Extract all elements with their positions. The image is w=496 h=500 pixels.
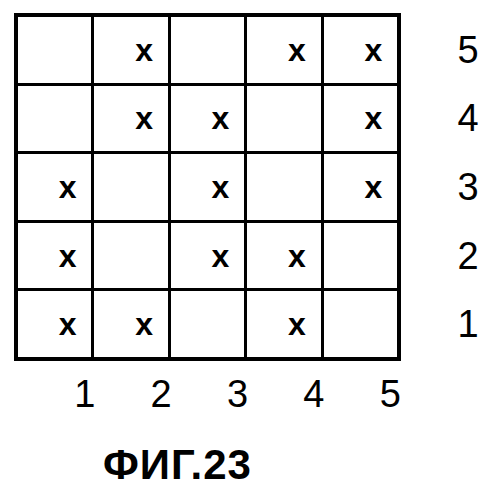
grid-board: xxxxxxxxxxxxxxx [14,13,401,361]
col-label-4: 4 [277,368,350,420]
col-label-3: 3 [201,368,274,420]
grid-cell-r5c3 [171,17,244,83]
x-mark: x [59,240,77,272]
grid-cell-r4c4 [247,86,320,152]
grid-cell-r3c5: x [324,154,397,220]
grid-cell-r1c2: x [94,291,167,357]
x-mark: x [288,308,306,340]
grid-cell-r1c1: x [18,291,91,357]
grid-cell-r4c5: x [324,86,397,152]
x-mark: x [59,171,77,203]
grid-cell-r3c3: x [171,154,244,220]
x-mark: x [288,240,306,272]
grid-cell-r2c2 [94,223,167,289]
row-label-4: 4 [440,86,496,152]
grid-cell-r5c1 [18,17,91,83]
x-mark: x [288,34,306,66]
row-label-5: 5 [440,17,496,83]
grid-cell-r5c2: x [94,17,167,83]
col-label-1: 1 [48,368,121,420]
grid-cell-r4c1 [18,86,91,152]
x-mark: x [212,171,230,203]
row-label-1: 1 [440,291,496,357]
grid-cell-r2c4: x [247,223,320,289]
row-label-2: 2 [440,223,496,289]
column-labels: 12345 [14,368,401,420]
col-label-2: 2 [124,368,197,420]
grid-cell-r5c4: x [247,17,320,83]
x-mark: x [59,308,77,340]
figure-caption: ФИГ.23 [103,441,252,489]
grid-cell-r2c1: x [18,223,91,289]
grid-cell-r3c2 [94,154,167,220]
grid-cell-r1c3 [171,291,244,357]
row-labels: 54321 [440,13,496,361]
grid-cell-r2c3: x [171,223,244,289]
x-mark: x [135,102,153,134]
grid-cell-r1c5 [324,291,397,357]
x-mark: x [212,240,230,272]
x-mark: x [364,34,382,66]
col-label-5: 5 [354,368,427,420]
x-mark: x [135,34,153,66]
figure-page: xxxxxxxxxxxxxxx 54321 12345 ФИГ.23 [0,0,496,500]
grid-cell-r2c5 [324,223,397,289]
grid-cell-r4c2: x [94,86,167,152]
grid-cell-r3c4 [247,154,320,220]
x-mark: x [364,171,382,203]
grid-cell-r4c3: x [171,86,244,152]
x-mark: x [212,102,230,134]
grid-cell-r1c4: x [247,291,320,357]
x-mark: x [364,102,382,134]
x-mark: x [135,308,153,340]
grid-cell-r3c1: x [18,154,91,220]
grid-cell-r5c5: x [324,17,397,83]
row-label-3: 3 [440,154,496,220]
